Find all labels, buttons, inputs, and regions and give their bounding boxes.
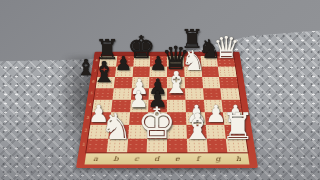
piece-black-bishop-a5[interactable]: ♝: [91, 57, 117, 86]
piece-white-rook-h1[interactable]: ♜: [221, 108, 254, 145]
file-label-b: b: [105, 153, 126, 164]
file-labels: abcdefgh: [85, 153, 250, 165]
file-label-e: e: [167, 153, 188, 164]
file-label-d: d: [146, 153, 167, 164]
file-label-a: a: [85, 153, 107, 164]
square-a5: [94, 88, 114, 100]
piece-black-pawn-b6[interactable]: ♟: [115, 54, 132, 73]
file-label-c: c: [126, 153, 147, 164]
piece-white-queen-h7[interactable]: ♛: [213, 33, 240, 63]
piece-white-king-d1[interactable]: ♚: [138, 102, 177, 145]
file-label-h: h: [228, 153, 250, 164]
square-g6: [202, 77, 221, 88]
chess-photo-scene: 87654321 abcdefgh ♜♜♚♞♛♟♟♛♞♝♟♟♝♟♟♟♟♟♟♞♚♝…: [0, 0, 320, 180]
square-h7: [218, 66, 237, 77]
square-h6: [219, 77, 238, 88]
file-label-f: f: [187, 153, 208, 164]
file-label-g: g: [207, 153, 228, 164]
square-h5: [220, 88, 240, 100]
piece-white-knight-b1[interactable]: ♞: [100, 109, 132, 145]
square-g5: [203, 88, 222, 100]
piece-white-bishop-f1[interactable]: ♝: [181, 109, 213, 145]
